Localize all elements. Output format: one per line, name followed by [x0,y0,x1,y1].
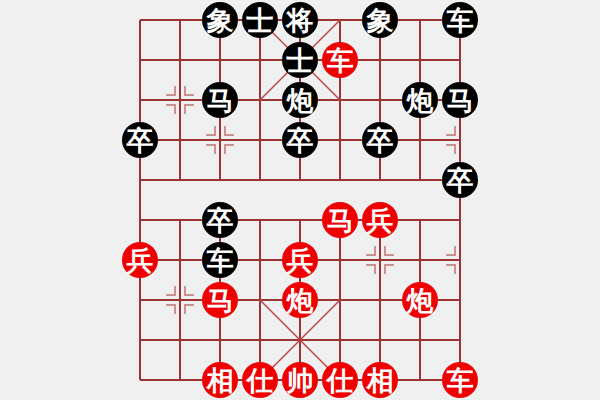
piece-red-soldier[interactable]: 兵 [362,202,398,238]
piece-red-soldier[interactable]: 兵 [122,242,158,278]
piece-black-soldier[interactable]: 卒 [442,162,478,198]
piece-black-horse[interactable]: 马 [442,82,478,118]
piece-black-cannon[interactable]: 炮 [402,82,438,118]
piece-black-advisor[interactable]: 士 [282,42,318,78]
piece-red-cannon[interactable]: 炮 [282,282,318,318]
piece-red-cannon[interactable]: 炮 [402,282,438,318]
piece-red-elephant[interactable]: 相 [362,362,398,398]
piece-red-advisor[interactable]: 仕 [242,362,278,398]
piece-red-horse[interactable]: 马 [202,282,238,318]
pieces-layer: 象士将象车士车马炮炮马卒卒卒卒卒马兵兵车兵马炮炮相仕帅仕相车 [120,0,480,400]
piece-red-chariot[interactable]: 车 [322,42,358,78]
piece-black-soldier[interactable]: 卒 [202,202,238,238]
piece-black-soldier[interactable]: 卒 [122,122,158,158]
piece-black-general[interactable]: 将 [282,2,318,38]
piece-red-soldier[interactable]: 兵 [282,242,318,278]
piece-black-cannon[interactable]: 炮 [282,82,318,118]
piece-red-chariot[interactable]: 车 [442,362,478,398]
piece-black-soldier[interactable]: 卒 [362,122,398,158]
xiangqi-board: 象士将象车士车马炮炮马卒卒卒卒卒马兵兵车兵马炮炮相仕帅仕相车 [0,0,600,400]
piece-black-advisor[interactable]: 士 [242,2,278,38]
piece-black-horse[interactable]: 马 [202,82,238,118]
piece-black-chariot[interactable]: 车 [202,242,238,278]
piece-red-general[interactable]: 帅 [282,362,318,398]
piece-black-chariot[interactable]: 车 [442,2,478,38]
piece-red-elephant[interactable]: 相 [202,362,238,398]
piece-black-soldier[interactable]: 卒 [282,122,318,158]
piece-black-elephant[interactable]: 象 [362,2,398,38]
piece-black-elephant[interactable]: 象 [202,2,238,38]
piece-red-horse[interactable]: 马 [322,202,358,238]
piece-red-advisor[interactable]: 仕 [322,362,358,398]
